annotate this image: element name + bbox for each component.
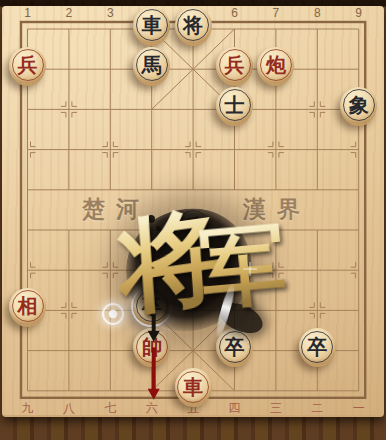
red-soldier[interactable]: 兵 [175,208,212,245]
red-elephant[interactable]: 相 [9,288,46,325]
file-label-bottom-9: 一 [353,402,365,414]
file-label-top-3: 3 [107,7,114,19]
river-label-chu-he: 楚河 [82,197,150,221]
black-soldier[interactable]: 卒 [133,288,170,325]
black-horse[interactable]: 馬 [133,47,170,84]
black-soldier-glyph: 卒 [299,328,336,365]
black-soldier-glyph: 卒 [133,288,170,325]
red-elephant-glyph: 相 [9,288,46,325]
xiangqi-app: 123456789 九八七六五四三二一 楚河 漢界 車将兵馬兵炮士象兵相卒帥卒卒… [0,0,386,440]
black-soldier-glyph: 卒 [216,328,253,365]
black-soldier[interactable]: 卒 [216,328,253,365]
river-label-han-jie: 漢界 [243,197,311,221]
black-elephant-glyph: 象 [340,87,377,124]
red-cannon[interactable]: 炮 [257,47,294,84]
red-soldier-glyph: 兵 [9,47,46,84]
red-general-glyph: 帥 [133,328,170,365]
black-general-glyph: 将 [175,7,212,44]
file-label-bottom-4: 六 [146,402,158,414]
file-label-top-2: 2 [66,7,73,19]
black-advisor[interactable]: 士 [216,87,253,124]
red-soldier[interactable]: 兵 [9,47,46,84]
black-chariot[interactable]: 車 [133,7,170,44]
red-soldier[interactable]: 兵 [216,47,253,84]
red-cannon-glyph: 炮 [257,47,294,84]
last-move-from-marker [102,303,124,325]
red-general[interactable]: 帥 [133,328,170,365]
red-chariot-glyph: 車 [175,368,212,405]
red-soldier-glyph: 兵 [175,208,212,245]
file-label-top-6: 6 [231,7,238,19]
black-general[interactable]: 将 [175,7,212,44]
file-label-top-1: 1 [24,7,31,19]
file-label-bottom-2: 八 [63,402,75,414]
black-soldier[interactable]: 卒 [299,328,336,365]
black-advisor-glyph: 士 [216,87,253,124]
file-label-top-8: 8 [314,7,321,19]
file-label-top-7: 7 [273,7,280,19]
red-soldier-glyph: 兵 [216,47,253,84]
black-elephant[interactable]: 象 [340,87,377,124]
black-horse-glyph: 馬 [133,47,170,84]
file-label-bottom-3: 七 [104,402,116,414]
file-label-bottom-1: 九 [22,402,34,414]
file-label-top-9: 9 [355,7,362,19]
file-label-bottom-6: 四 [229,402,241,414]
file-label-bottom-7: 三 [270,402,282,414]
red-chariot[interactable]: 車 [175,368,212,405]
black-chariot-glyph: 車 [133,7,170,44]
file-label-bottom-8: 二 [311,402,323,414]
